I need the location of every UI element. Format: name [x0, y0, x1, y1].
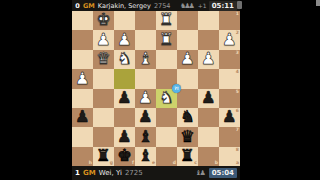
video-frame: 0 GM Karjakin, Sergey 2754 ♞♟♟ +1 05:11 … [0, 0, 320, 180]
file-label-a: a [236, 161, 239, 166]
bottom-player-clock: 05:04 [209, 168, 237, 178]
square-a7[interactable]: 7 [219, 127, 240, 146]
white-pawn: ♟ [222, 32, 237, 49]
square-a4[interactable]: 4 [219, 69, 240, 88]
top-player-title-badge: GM [83, 2, 95, 10]
square-g3[interactable]: ♛ [93, 50, 114, 69]
white-knight: ♞ [117, 51, 132, 68]
square-h7[interactable] [72, 127, 93, 146]
square-f6[interactable] [114, 108, 135, 127]
file-label-f: f [132, 161, 134, 166]
top-player-clock-group: ♞♟♟ +1 05:11 [180, 1, 237, 11]
white-rook: ♜ [159, 32, 174, 49]
square-e5[interactable]: ♟ [135, 89, 156, 108]
rank-label-6: 6 [236, 109, 239, 114]
square-e7[interactable]: ♝ [135, 127, 156, 146]
chess-app-panel: 0 GM Karjakin, Sergey 2754 ♞♟♟ +1 05:11 … [72, 0, 240, 180]
black-bishop: ♝ [138, 148, 153, 165]
square-e1[interactable] [135, 11, 156, 30]
bottom-player-clock-group: ♝♟ 05:04 [195, 168, 237, 178]
square-c5[interactable] [177, 89, 198, 108]
square-b1[interactable] [198, 11, 219, 30]
chess-board: ♚♜1♟♟♜♟2♛♞♝♟♟3♟4♟♟♞?!♟5♟♟♞♟6♟♝♛7h♜g♚f♝ed… [72, 11, 240, 166]
move-annotation-badge: ?! [172, 84, 181, 93]
square-b6[interactable] [198, 108, 219, 127]
square-a8[interactable]: 8a [219, 147, 240, 166]
file-label-d: d [173, 161, 176, 166]
black-rook: ♜ [180, 148, 195, 165]
black-pawn: ♟ [117, 90, 132, 107]
black-pawn: ♟ [117, 129, 132, 146]
white-pawn: ♟ [75, 71, 90, 88]
square-a1[interactable]: 1 [219, 11, 240, 30]
file-label-h: h [89, 161, 92, 166]
top-player-rating: 2754 [154, 2, 171, 10]
square-h6[interactable]: ♟ [72, 108, 93, 127]
white-rook: ♜ [159, 12, 174, 29]
square-b5[interactable]: ♟ [198, 89, 219, 108]
white-queen: ♛ [96, 51, 111, 68]
square-g7[interactable] [93, 127, 114, 146]
bottom-captured-pieces: ♝♟ [195, 169, 207, 177]
square-d3[interactable] [156, 50, 177, 69]
bottom-player-title-badge: GM [83, 169, 96, 177]
rank-label-3: 3 [236, 51, 239, 56]
black-pawn: ♟ [138, 109, 153, 126]
square-c2[interactable] [177, 30, 198, 49]
square-h1[interactable] [72, 11, 93, 30]
white-pawn: ♟ [201, 51, 216, 68]
bottom-player-score: 1 [75, 169, 80, 177]
square-c8[interactable]: ♜c [177, 147, 198, 166]
square-g2[interactable]: ♟ [93, 30, 114, 49]
bottom-player-rating: 2725 [125, 169, 143, 177]
material-diff-badge: +1 [198, 2, 207, 9]
square-e4[interactable] [135, 69, 156, 88]
top-player-name: Karjakin, Sergey [98, 2, 151, 10]
square-a3[interactable]: 3 [219, 50, 240, 69]
black-pawn: ♟ [222, 109, 237, 126]
top-captured-pieces: ♞♟♟ [180, 2, 196, 10]
square-a2[interactable]: ♟2 [219, 30, 240, 49]
black-king: ♚ [117, 148, 132, 165]
rank-label-1: 1 [236, 12, 239, 17]
square-c3[interactable]: ♟ [177, 50, 198, 69]
square-g6[interactable] [93, 108, 114, 127]
top-player-bar: 0 GM Karjakin, Sergey 2754 ♞♟♟ +1 05:11 [72, 0, 240, 11]
bottom-player-bar: 1 GM Wei, Yi 2725 ♝♟ 05:04 [72, 166, 240, 180]
square-e3[interactable]: ♝ [135, 50, 156, 69]
square-f1[interactable] [114, 11, 135, 30]
white-knight: ♞ [159, 90, 174, 107]
square-f3[interactable]: ♞ [114, 50, 135, 69]
square-a5[interactable]: 5 [219, 89, 240, 108]
square-c1[interactable] [177, 11, 198, 30]
square-g5[interactable] [93, 89, 114, 108]
rank-label-5: 5 [236, 90, 239, 95]
black-knight: ♞ [180, 109, 195, 126]
square-e8[interactable]: ♝e [135, 147, 156, 166]
square-h8[interactable]: h [72, 147, 93, 166]
square-b3[interactable]: ♟ [198, 50, 219, 69]
square-g1[interactable]: ♚ [93, 11, 114, 30]
black-bishop: ♝ [138, 129, 153, 146]
square-e2[interactable] [135, 30, 156, 49]
square-e6[interactable]: ♟ [135, 108, 156, 127]
bottom-player-name: Wei, Yi [99, 169, 122, 177]
square-b2[interactable] [198, 30, 219, 49]
frame-corner-artifact [316, 0, 320, 6]
square-b8[interactable]: b [198, 147, 219, 166]
white-pawn: ♟ [117, 32, 132, 49]
white-pawn: ♟ [138, 90, 153, 107]
black-rook: ♜ [96, 148, 111, 165]
rank-label-4: 4 [236, 70, 239, 75]
white-pawn: ♟ [180, 51, 195, 68]
square-f7[interactable]: ♟ [114, 127, 135, 146]
black-queen: ♛ [180, 129, 195, 146]
square-d1[interactable]: ♜ [156, 11, 177, 30]
file-label-c: c [194, 161, 197, 166]
square-g4[interactable] [93, 69, 114, 88]
ui-edge-artifact [237, 1, 242, 9]
file-label-g: g [110, 161, 113, 166]
square-d7[interactable] [156, 127, 177, 146]
rank-label-2: 2 [236, 31, 239, 36]
black-pawn: ♟ [75, 109, 90, 126]
square-a6[interactable]: ♟6 [219, 108, 240, 127]
square-d2[interactable]: ♜ [156, 30, 177, 49]
square-b4[interactable] [198, 69, 219, 88]
square-h2[interactable] [72, 30, 93, 49]
square-h4[interactable]: ♟ [72, 69, 93, 88]
square-c6[interactable]: ♞ [177, 108, 198, 127]
square-g8[interactable]: ♜g [93, 147, 114, 166]
square-f2[interactable]: ♟ [114, 30, 135, 49]
top-player-clock: 05:11 [209, 1, 237, 11]
top-player-score: 0 [75, 2, 80, 10]
square-d6[interactable] [156, 108, 177, 127]
rank-label-8: 8 [236, 148, 239, 153]
square-f5[interactable]: ♟ [114, 89, 135, 108]
file-label-e: e [152, 161, 155, 166]
square-f8[interactable]: ♚f [114, 147, 135, 166]
square-d5[interactable]: ♞?! [156, 89, 177, 108]
white-king: ♚ [96, 12, 111, 29]
square-d8[interactable]: d [156, 147, 177, 166]
square-h5[interactable] [72, 89, 93, 108]
black-pawn: ♟ [201, 90, 216, 107]
file-label-b: b [215, 161, 218, 166]
square-f4[interactable] [114, 69, 135, 88]
square-b7[interactable] [198, 127, 219, 146]
white-pawn: ♟ [96, 32, 111, 49]
rank-label-7: 7 [236, 128, 239, 133]
square-c7[interactable]: ♛ [177, 127, 198, 146]
white-bishop: ♝ [138, 51, 153, 68]
square-h3[interactable] [72, 50, 93, 69]
